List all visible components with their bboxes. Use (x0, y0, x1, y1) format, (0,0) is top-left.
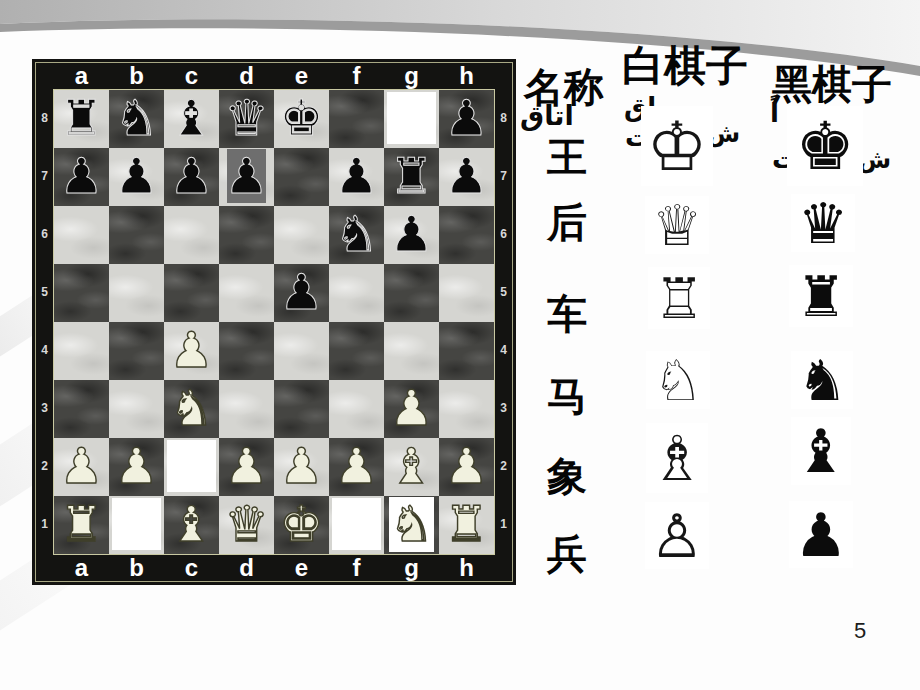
square-g2: ♝ (384, 438, 439, 496)
piece-black-queen: ♛ (219, 90, 274, 147)
file-label-e: e (274, 63, 329, 89)
rank-label-7: 7 (36, 147, 53, 205)
square-b3 (109, 380, 164, 438)
square-c1: ♝ (164, 496, 219, 554)
square-h2: ♟ (439, 438, 494, 496)
square-e5: ♟ (274, 264, 329, 322)
square-a7: ♟ (54, 148, 109, 206)
piece-white-pawn: ♟ (164, 322, 219, 379)
legend-black-pawn-icon: ♟ (789, 501, 853, 568)
piece-black-rook: ♜ (54, 90, 109, 147)
blank-white-overlay (332, 498, 381, 550)
rank-label-4: 4 (36, 321, 53, 379)
arabic-fragment: اتاق (520, 100, 574, 131)
square-a5 (54, 264, 109, 322)
black-bishop-glyph: ♝ (794, 416, 848, 486)
piece-white-king: ♚ (274, 496, 329, 553)
square-b6 (109, 206, 164, 264)
square-h5 (439, 264, 494, 322)
rank-label-1: 1 (495, 495, 512, 553)
file-label-d: d (219, 555, 274, 581)
board-frame: abcdefgh 87654321 ♜♞♝♛♚♟♟♟♟♟♟♜♟♞♟♟♟♞♟♟♟♟… (35, 62, 513, 582)
square-d1: ♛ (219, 496, 274, 554)
board-grid: ♜♞♝♛♚♟♟♟♟♟♟♜♟♞♟♟♟♞♟♟♟♟♟♟♝♟♜♝♛♚♞♜ (53, 89, 495, 555)
rank-labels-right: 87654321 (495, 89, 512, 555)
blank-white-overlay (167, 440, 216, 492)
white-knight-glyph: ♘ (653, 348, 703, 413)
piece-white-pawn: ♟ (329, 438, 384, 495)
rank-label-6: 6 (495, 205, 512, 263)
square-h4 (439, 322, 494, 380)
piece-black-pawn: ♟ (439, 90, 494, 147)
file-label-b: b (109, 555, 164, 581)
square-e4 (274, 322, 329, 380)
legend-header-white: 白棋子 (622, 38, 748, 94)
square-c7: ♟ (164, 148, 219, 206)
square-d5 (219, 264, 274, 322)
square-c4: ♟ (164, 322, 219, 380)
file-labels-bottom: abcdefgh (54, 555, 512, 581)
piece-white-rook: ♜ (439, 496, 494, 553)
piece-white-rook: ♜ (54, 496, 109, 553)
rank-label-8: 8 (36, 89, 53, 147)
square-b4 (109, 322, 164, 380)
rank-label-1: 1 (36, 495, 53, 553)
legend-row-name-queen: 后 (544, 195, 590, 250)
square-g7: ♜ (384, 148, 439, 206)
blank-white-overlay (112, 498, 161, 550)
piece-black-pawn: ♟ (384, 206, 439, 263)
square-f6: ♞ (329, 206, 384, 264)
rank-label-3: 3 (36, 379, 53, 437)
piece-white-pawn: ♟ (274, 438, 329, 495)
legend-header-black: 黑棋子 (772, 57, 892, 112)
legend-white-queen-icon: ♕ (645, 196, 709, 254)
file-label-g: g (384, 63, 439, 89)
piece-white-pawn: ♟ (384, 380, 439, 437)
square-c5 (164, 264, 219, 322)
square-f7: ♟ (329, 148, 384, 206)
piece-white-pawn: ♟ (439, 438, 494, 495)
legend-black-rook-icon: ♜ (789, 265, 853, 327)
square-d2: ♟ (219, 438, 274, 496)
square-a2: ♟ (54, 438, 109, 496)
white-bishop-glyph: ♗ (649, 422, 705, 495)
piece-black-pawn: ♟ (54, 148, 109, 205)
file-label-g: g (384, 555, 439, 581)
piece-black-knight: ♞ (329, 206, 384, 263)
file-labels-top: abcdefgh (54, 63, 512, 89)
file-label-f: f (329, 63, 384, 89)
black-queen-glyph: ♛ (798, 191, 848, 256)
square-b2: ♟ (109, 438, 164, 496)
legend-row-name-knight: 马 (544, 369, 590, 424)
file-label-c: c (164, 555, 219, 581)
piece-black-king: ♚ (274, 90, 329, 147)
piece-white-knight: ♞ (384, 496, 439, 553)
square-a6 (54, 206, 109, 264)
square-e1: ♚ (274, 496, 329, 554)
square-a3 (54, 380, 109, 438)
file-label-a: a (54, 63, 109, 89)
white-king-glyph: ♔ (647, 107, 708, 186)
file-label-c: c (164, 63, 219, 89)
piece-black-pawn: ♟ (164, 148, 219, 205)
piece-black-pawn: ♟ (274, 264, 329, 321)
piece-white-pawn: ♟ (54, 438, 109, 495)
file-label-e: e (274, 555, 329, 581)
legend-white-knight-icon: ♘ (646, 351, 710, 409)
page-number: 5 (854, 618, 866, 644)
square-f3 (329, 380, 384, 438)
square-h8: ♟ (439, 90, 494, 148)
square-c3: ♞ (164, 380, 219, 438)
square-g1: ♞ (384, 496, 439, 554)
piece-white-bishop: ♝ (164, 496, 219, 553)
legend-black-bishop-icon: ♝ (791, 417, 851, 485)
square-g4 (384, 322, 439, 380)
square-d8: ♛ (219, 90, 274, 148)
blank-white-overlay (387, 92, 436, 144)
rank-label-5: 5 (495, 263, 512, 321)
piece-black-rook: ♜ (384, 148, 439, 205)
square-e7 (274, 148, 329, 206)
square-d3 (219, 380, 274, 438)
legend-white-king-icon: ♔ (641, 106, 713, 186)
file-label-d: d (219, 63, 274, 89)
square-a8: ♜ (54, 90, 109, 148)
legend-black-knight-icon: ♞ (791, 351, 853, 409)
square-d6 (219, 206, 274, 264)
piece-black-pawn: ♟ (439, 148, 494, 205)
square-h6 (439, 206, 494, 264)
rank-labels-left: 87654321 (36, 89, 53, 555)
file-label-h: h (439, 555, 494, 581)
piece-black-knight: ♞ (109, 90, 164, 147)
square-e2: ♟ (274, 438, 329, 496)
square-e3 (274, 380, 329, 438)
legend-black-queen-icon: ♛ (791, 194, 855, 252)
square-h3 (439, 380, 494, 438)
square-e6 (274, 206, 329, 264)
piece-white-bishop: ♝ (384, 438, 439, 495)
file-label-a: a (54, 555, 109, 581)
square-h1: ♜ (439, 496, 494, 554)
square-g3: ♟ (384, 380, 439, 438)
legend-black-king-icon: ♚ (787, 106, 863, 186)
black-rook-glyph: ♜ (796, 264, 846, 329)
legend-white-bishop-icon: ♗ (646, 423, 708, 493)
piece-white-pawn: ♟ (109, 438, 164, 495)
square-f8 (329, 90, 384, 148)
legend-white-pawn-icon: ♙ (645, 502, 709, 569)
square-g8 (384, 90, 439, 148)
square-c8: ♝ (164, 90, 219, 148)
file-label-h: h (439, 63, 494, 89)
square-b1 (109, 496, 164, 554)
square-h7: ♟ (439, 148, 494, 206)
piece-white-queen: ♛ (219, 496, 274, 553)
square-c6 (164, 206, 219, 264)
piece-black-pawn: ♟ (109, 148, 164, 205)
square-g6: ♟ (384, 206, 439, 264)
legend-row-name-pawn: 兵 (544, 527, 590, 582)
rank-label-3: 3 (495, 379, 512, 437)
rank-label-7: 7 (495, 147, 512, 205)
square-d4 (219, 322, 274, 380)
legend-white-rook-icon: ♖ (648, 267, 710, 329)
arabic-fragment: اً (770, 98, 779, 128)
square-f2: ♟ (329, 438, 384, 496)
square-b7: ♟ (109, 148, 164, 206)
square-b5 (109, 264, 164, 322)
square-a1: ♜ (54, 496, 109, 554)
file-label-f: f (329, 555, 384, 581)
square-f4 (329, 322, 384, 380)
black-knight-glyph: ♞ (797, 348, 847, 413)
piece-black-bishop: ♝ (164, 90, 219, 147)
piece-white-knight: ♞ (164, 380, 219, 437)
presentation-slide: abcdefgh 87654321 ♜♞♝♛♚♟♟♟♟♟♟♜♟♞♟♟♟♞♟♟♟♟… (0, 0, 920, 690)
rank-label-6: 6 (36, 205, 53, 263)
piece-black-pawn: ♟ (219, 148, 274, 205)
rank-label-4: 4 (495, 321, 512, 379)
square-b8: ♞ (109, 90, 164, 148)
square-d7: ♟ (219, 148, 274, 206)
square-e8: ♚ (274, 90, 329, 148)
file-label-b: b (109, 63, 164, 89)
rank-label-5: 5 (36, 263, 53, 321)
rank-label-2: 2 (495, 437, 512, 495)
chess-board: abcdefgh 87654321 ♜♞♝♛♚♟♟♟♟♟♟♜♟♞♟♟♟♞♟♟♟♟… (32, 59, 516, 585)
square-f5 (329, 264, 384, 322)
white-pawn-glyph: ♙ (650, 501, 704, 571)
white-queen-glyph: ♕ (652, 193, 702, 258)
white-rook-glyph: ♖ (654, 266, 704, 331)
rank-label-8: 8 (495, 89, 512, 147)
legend-row-name-king: 王 (544, 130, 590, 185)
square-c2 (164, 438, 219, 496)
piece-black-pawn: ♟ (329, 148, 384, 205)
square-g5 (384, 264, 439, 322)
square-f1 (329, 496, 384, 554)
legend-row-name-rook: 车 (544, 287, 590, 342)
square-a4 (54, 322, 109, 380)
black-king-glyph: ♚ (795, 108, 854, 185)
piece-white-pawn: ♟ (219, 438, 274, 495)
rank-label-2: 2 (36, 437, 53, 495)
black-pawn-glyph: ♟ (794, 500, 848, 570)
legend-row-name-bishop: 象 (544, 449, 590, 504)
